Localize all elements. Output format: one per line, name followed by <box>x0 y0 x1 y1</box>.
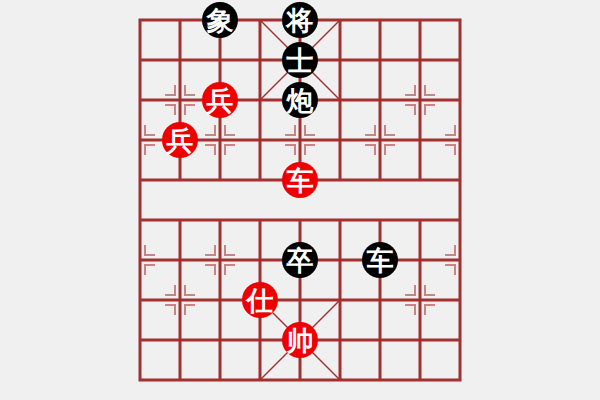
piece-black-elephant[interactable]: 象 <box>200 0 240 40</box>
black-general-glyph: 将 <box>282 2 318 38</box>
piece-red-soldier-b[interactable]: 兵 <box>160 120 200 160</box>
red-soldier-b-glyph: 兵 <box>162 122 198 158</box>
black-cannon-glyph: 炮 <box>282 82 318 118</box>
red-soldier-a-glyph: 兵 <box>202 82 238 118</box>
piece-black-advisor[interactable]: 士 <box>280 40 320 80</box>
piece-red-advisor[interactable]: 仕 <box>240 280 280 320</box>
piece-red-chariot[interactable]: 车 <box>280 160 320 200</box>
piece-black-chariot[interactable]: 车 <box>360 240 400 280</box>
piece-red-soldier-a[interactable]: 兵 <box>200 80 240 120</box>
red-advisor-glyph: 仕 <box>242 282 278 318</box>
xiangqi-diagram: 象将士兵炮兵车卒车仕帅 <box>0 0 600 400</box>
black-chariot-glyph: 车 <box>362 242 398 278</box>
piece-black-cannon[interactable]: 炮 <box>280 80 320 120</box>
xiangqi-board[interactable]: 象将士兵炮兵车卒车仕帅 <box>120 0 480 400</box>
red-chariot-glyph: 车 <box>282 162 318 198</box>
piece-black-general[interactable]: 将 <box>280 0 320 40</box>
piece-black-soldier[interactable]: 卒 <box>280 240 320 280</box>
piece-red-marshal[interactable]: 帅 <box>280 320 320 360</box>
black-soldier-glyph: 卒 <box>282 242 318 278</box>
black-elephant-glyph: 象 <box>202 2 238 38</box>
black-advisor-glyph: 士 <box>282 42 318 78</box>
red-marshal-glyph: 帅 <box>282 322 318 358</box>
